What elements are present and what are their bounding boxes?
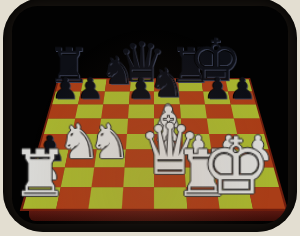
black-pawn[interactable]: ♟ — [52, 73, 78, 103]
square-c4[interactable] — [97, 134, 127, 150]
white-queen[interactable]: ♛ — [138, 115, 201, 185]
square-f2[interactable] — [184, 168, 217, 188]
square-f8[interactable]: ♜ — [178, 79, 203, 91]
crt-tv-photo: ♜♞♛♜♚♟♟♟♞♟♟♟♝♟♞♞♟♟♟♟♟♛♜♜♚ — [0, 0, 300, 236]
black-pawn[interactable]: ♟ — [34, 131, 65, 166]
square-g3[interactable]: ♟ — [211, 150, 243, 168]
white-pawn[interactable]: ♟ — [153, 100, 182, 132]
square-c3[interactable]: ♞ — [94, 150, 125, 168]
white-king[interactable]: ♚ — [200, 128, 270, 206]
square-h1[interactable] — [248, 187, 285, 208]
white-pawn[interactable]: ♟ — [29, 149, 61, 185]
square-d2[interactable] — [123, 168, 154, 188]
square-d8[interactable]: ♛ — [129, 79, 154, 91]
square-a8[interactable]: ♜ — [56, 79, 83, 91]
square-b4[interactable] — [68, 134, 99, 150]
square-d6[interactable] — [128, 104, 154, 118]
square-h7[interactable]: ♟ — [228, 91, 256, 104]
square-e1[interactable] — [154, 187, 187, 208]
white-bishop[interactable]: ♝ — [147, 100, 190, 148]
square-h5[interactable] — [233, 118, 264, 133]
square-c8[interactable]: ♞ — [105, 79, 130, 91]
square-d3[interactable] — [124, 150, 154, 168]
white-rook[interactable]: ♜ — [174, 142, 231, 206]
black-rook[interactable]: ♜ — [47, 42, 90, 90]
tv-screen: ♜♞♛♜♚♟♟♟♞♟♟♟♝♟♞♞♟♟♟♟♟♛♜♜♚ — [12, 6, 288, 224]
white-pawn[interactable]: ♟ — [153, 131, 184, 166]
square-c1[interactable] — [88, 187, 122, 208]
square-f1[interactable]: ♜ — [185, 187, 219, 208]
black-rook[interactable]: ♜ — [169, 42, 212, 90]
square-e6[interactable] — [154, 104, 180, 118]
chess-board: ♜♞♛♜♚♟♟♟♞♟♟♟♝♟♞♞♟♟♟♟♟♛♜♜♚ — [20, 78, 288, 211]
square-d1[interactable] — [121, 187, 154, 208]
square-d5[interactable] — [127, 118, 155, 133]
square-h2[interactable] — [244, 168, 279, 188]
chess-board-3d: ♜♞♛♜♚♟♟♟♞♟♟♟♝♟♞♞♟♟♟♟♟♛♜♜♚ — [20, 78, 288, 211]
square-e5[interactable]: ♟ — [154, 118, 182, 133]
square-a5[interactable] — [44, 118, 75, 133]
square-f5[interactable] — [180, 118, 209, 133]
square-c2[interactable] — [91, 168, 124, 188]
square-f4[interactable] — [182, 134, 212, 150]
square-f3[interactable]: ♟ — [183, 150, 214, 168]
square-b2[interactable] — [60, 168, 94, 188]
white-knight[interactable]: ♞ — [58, 118, 101, 166]
square-b1[interactable] — [56, 187, 92, 208]
square-a7[interactable]: ♟ — [52, 91, 80, 104]
square-g4[interactable] — [209, 134, 240, 150]
square-g6[interactable] — [205, 104, 233, 118]
square-e8[interactable] — [154, 79, 179, 91]
black-queen[interactable]: ♛ — [117, 35, 166, 90]
square-h8[interactable] — [225, 79, 252, 91]
square-h4[interactable] — [237, 134, 269, 150]
square-a6[interactable] — [48, 104, 77, 118]
black-pawn[interactable]: ♟ — [230, 73, 256, 103]
square-h3[interactable]: ♟ — [240, 150, 274, 168]
square-b8[interactable] — [80, 79, 106, 91]
white-rook[interactable]: ♜ — [12, 142, 69, 206]
square-f6[interactable] — [179, 104, 206, 118]
square-g7[interactable]: ♟ — [203, 91, 230, 104]
white-pawn[interactable]: ♟ — [213, 131, 244, 166]
square-b5[interactable] — [72, 118, 102, 133]
square-a2[interactable]: ♟ — [29, 168, 64, 188]
square-a3[interactable]: ♟ — [34, 150, 68, 168]
square-c6[interactable] — [101, 104, 128, 118]
white-pawn[interactable]: ♟ — [183, 131, 214, 166]
square-g8[interactable]: ♚ — [201, 79, 227, 91]
square-b7[interactable]: ♟ — [78, 91, 105, 104]
square-g5[interactable] — [207, 118, 237, 133]
square-a4[interactable] — [39, 134, 71, 150]
square-c5[interactable] — [99, 118, 128, 133]
black-knight[interactable]: ♞ — [148, 62, 184, 103]
square-b3[interactable]: ♞ — [64, 150, 96, 168]
square-b6[interactable] — [75, 104, 103, 118]
square-d4[interactable] — [125, 134, 154, 150]
square-e2[interactable]: ♛ — [154, 168, 185, 188]
square-a1[interactable]: ♜ — [23, 187, 60, 208]
square-d7[interactable]: ♟ — [129, 91, 154, 104]
square-g2[interactable] — [214, 168, 248, 188]
square-h6[interactable] — [230, 104, 259, 118]
black-pawn[interactable]: ♟ — [128, 73, 154, 103]
square-f7[interactable] — [179, 91, 205, 104]
square-e7[interactable]: ♞ — [154, 91, 179, 104]
board-front-edge — [29, 211, 288, 221]
square-e4[interactable]: ♝ — [154, 134, 183, 150]
black-knight[interactable]: ♞ — [100, 51, 135, 90]
white-pawn[interactable]: ♟ — [243, 131, 274, 166]
black-pawn[interactable]: ♟ — [204, 73, 230, 103]
black-pawn[interactable]: ♟ — [77, 73, 103, 103]
black-king[interactable]: ♚ — [189, 31, 242, 90]
white-knight[interactable]: ♞ — [88, 118, 131, 166]
square-g1[interactable]: ♚ — [217, 187, 253, 208]
square-e3[interactable]: ♟ — [154, 150, 184, 168]
square-c7[interactable] — [103, 91, 129, 104]
